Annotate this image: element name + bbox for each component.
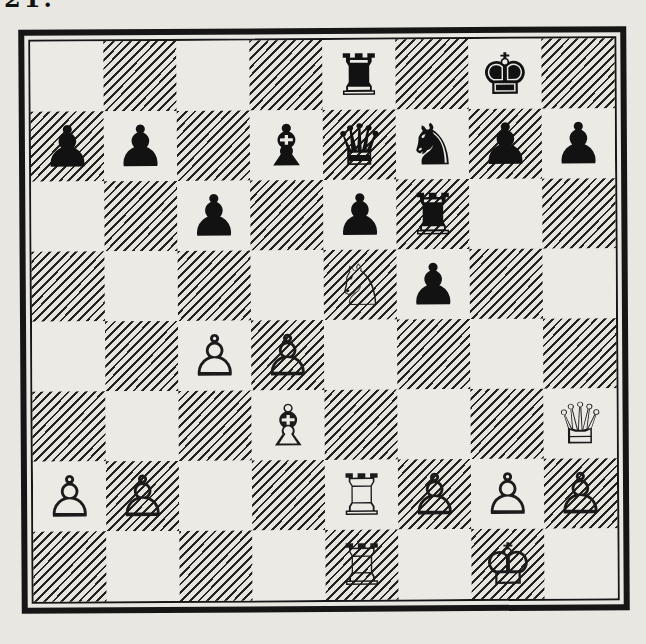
piece-black-pawn: ♟	[115, 117, 166, 174]
square-a7: ♟	[31, 111, 104, 181]
square-d2	[252, 460, 325, 530]
square-e7: ♛	[323, 110, 396, 180]
piece-black-queen: ♛	[334, 116, 385, 173]
square-a5	[32, 251, 105, 321]
square-g6	[469, 179, 542, 249]
square-f8	[395, 39, 468, 109]
square-b2: ♙	[106, 461, 179, 531]
square-b3	[105, 391, 178, 461]
square-h6	[542, 178, 615, 248]
square-e4	[324, 320, 397, 390]
square-d1	[252, 530, 325, 600]
square-a6	[31, 181, 104, 251]
square-f2: ♙	[398, 459, 471, 529]
piece-white-pawn: ♙	[409, 466, 460, 523]
square-c3	[178, 390, 251, 460]
square-a4	[32, 321, 105, 391]
square-b8	[103, 41, 176, 111]
square-d6	[250, 180, 323, 250]
square-g7: ♟	[469, 109, 542, 179]
square-a3	[32, 391, 105, 461]
square-f5: ♟	[397, 249, 470, 319]
square-c7	[177, 110, 250, 180]
piece-white-pawn: ♙	[117, 467, 168, 524]
piece-black-pawn: ♟	[408, 256, 459, 313]
chess-board-frame: ♜♚♟♟♝♛♞♟♟♟♟♜♘♟♙♙♗♕♙♙♖♙♙♙♖♔	[18, 26, 630, 614]
piece-white-knight: ♘	[335, 256, 386, 313]
square-a8	[30, 41, 103, 111]
piece-black-pawn: ♟	[553, 115, 604, 172]
square-h3: ♕	[543, 388, 616, 458]
square-d8	[249, 40, 322, 110]
square-h4	[543, 318, 616, 388]
square-f4	[397, 319, 470, 389]
piece-black-pawn: ♟	[334, 186, 385, 243]
piece-black-bishop: ♝	[261, 117, 312, 174]
square-g5	[470, 249, 543, 319]
square-h8	[541, 38, 614, 108]
square-a2: ♙	[33, 461, 106, 531]
square-h5	[543, 248, 616, 318]
square-c2	[179, 460, 252, 530]
square-g2: ♙	[471, 459, 544, 529]
piece-black-pawn: ♟	[188, 187, 239, 244]
chess-board: ♜♚♟♟♝♛♞♟♟♟♟♜♘♟♙♙♗♕♙♙♖♙♙♙♖♔	[28, 36, 619, 604]
piece-white-pawn: ♙	[189, 327, 240, 384]
square-e8: ♜	[322, 40, 395, 110]
board-grid: ♜♚♟♟♝♛♞♟♟♟♟♜♘♟♙♙♗♕♙♙♖♙♙♙♖♔	[30, 38, 617, 602]
square-g3	[470, 389, 543, 459]
piece-black-pawn: ♟	[480, 115, 531, 172]
piece-white-bishop: ♗	[262, 397, 313, 454]
square-h1	[544, 528, 617, 598]
piece-black-knight: ♞	[407, 116, 458, 173]
square-c4: ♙	[178, 320, 251, 390]
square-b5	[105, 251, 178, 321]
square-b6	[104, 181, 177, 251]
piece-black-rook: ♜	[333, 46, 384, 103]
square-e6: ♟	[323, 180, 396, 250]
square-h2: ♙	[544, 458, 617, 528]
square-c5	[178, 250, 251, 320]
square-f3	[397, 389, 470, 459]
piece-black-rook: ♜	[407, 186, 458, 243]
piece-white-king: ♔	[482, 535, 533, 592]
square-b1	[106, 531, 179, 601]
square-f6: ♜	[396, 179, 469, 249]
piece-white-rook: ♖	[336, 466, 387, 523]
square-g8: ♚	[468, 39, 541, 109]
piece-white-pawn: ♙	[44, 468, 95, 525]
piece-white-queen: ♕	[554, 395, 605, 452]
square-d5	[251, 250, 324, 320]
square-g1: ♔	[471, 529, 544, 599]
square-d4: ♙	[251, 320, 324, 390]
square-h7: ♟	[542, 108, 615, 178]
piece-white-pawn: ♙	[555, 465, 606, 522]
piece-black-king: ♚	[479, 45, 530, 102]
page-number-fragment: 21.	[4, 0, 55, 13]
piece-white-pawn: ♙	[262, 327, 313, 384]
square-e3	[324, 390, 397, 460]
square-g4	[470, 319, 543, 389]
square-f7: ♞	[396, 109, 469, 179]
square-c6: ♟	[177, 180, 250, 250]
square-a1	[33, 531, 106, 601]
square-c1	[179, 530, 252, 600]
square-c8	[176, 40, 249, 110]
square-b4	[105, 321, 178, 391]
square-b7: ♟	[104, 111, 177, 181]
square-e2: ♖	[325, 460, 398, 530]
square-e5: ♘	[324, 250, 397, 320]
square-d7: ♝	[250, 110, 323, 180]
square-d3: ♗	[251, 390, 324, 460]
piece-white-rook: ♖	[336, 536, 387, 593]
scanned-page: 21. ♜♚♟♟♝♛♞♟♟♟♟♜♘♟♙♙♗♕♙♙♖♙♙♙♖♔	[0, 0, 646, 644]
piece-black-pawn: ♟	[42, 118, 93, 175]
square-e1: ♖	[325, 530, 398, 600]
square-f1	[398, 529, 471, 599]
piece-white-pawn: ♙	[482, 465, 533, 522]
